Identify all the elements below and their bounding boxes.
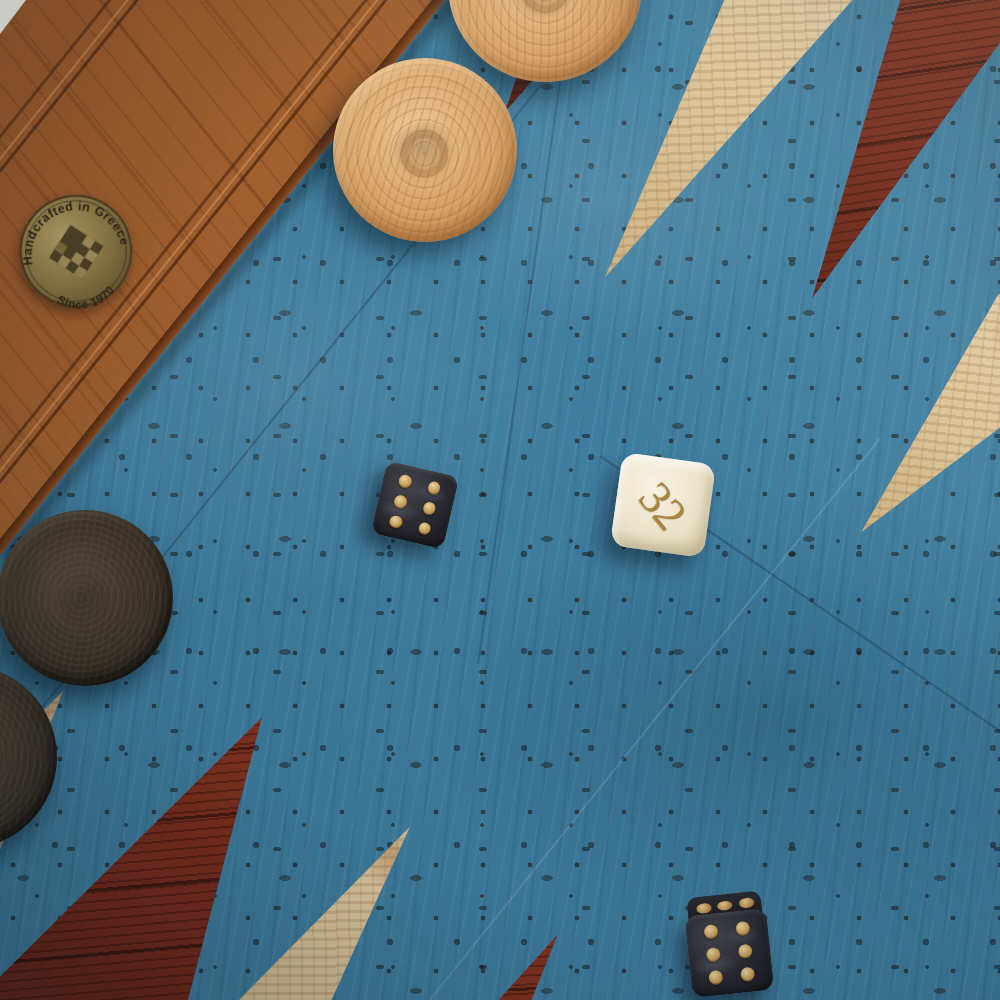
checker-dark-main[interactable] — [0, 510, 173, 686]
die-pip — [388, 514, 403, 529]
die-pip — [705, 947, 720, 962]
die-pip — [398, 474, 413, 489]
die-pip — [422, 501, 437, 516]
die-black-corner-face — [684, 908, 774, 998]
die-pip — [738, 944, 753, 959]
doubling-cube-value: 32 — [629, 471, 698, 539]
die-pip — [703, 924, 718, 939]
die-top-face-pip — [717, 900, 733, 911]
backgammon-set-photo: Handcrafted in Greece Since 1970 32 — [0, 0, 1000, 1000]
die-pip — [417, 521, 432, 536]
die-top-face-pip — [739, 897, 755, 908]
die-pip — [736, 921, 751, 936]
die-pip — [427, 481, 442, 496]
die-pip — [393, 494, 408, 509]
die-pip — [740, 966, 755, 981]
brass-medallion: Handcrafted in Greece Since 1970 — [6, 181, 146, 321]
die-black-corner[interactable] — [682, 890, 775, 1000]
die-pip — [708, 970, 723, 985]
die-top-face-pip — [696, 903, 712, 914]
doubling-cube[interactable]: 32 — [610, 452, 716, 558]
